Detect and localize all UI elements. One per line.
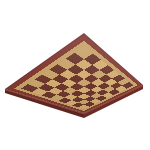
product-photo-scene xyxy=(0,0,150,150)
board-square xyxy=(78,105,89,110)
